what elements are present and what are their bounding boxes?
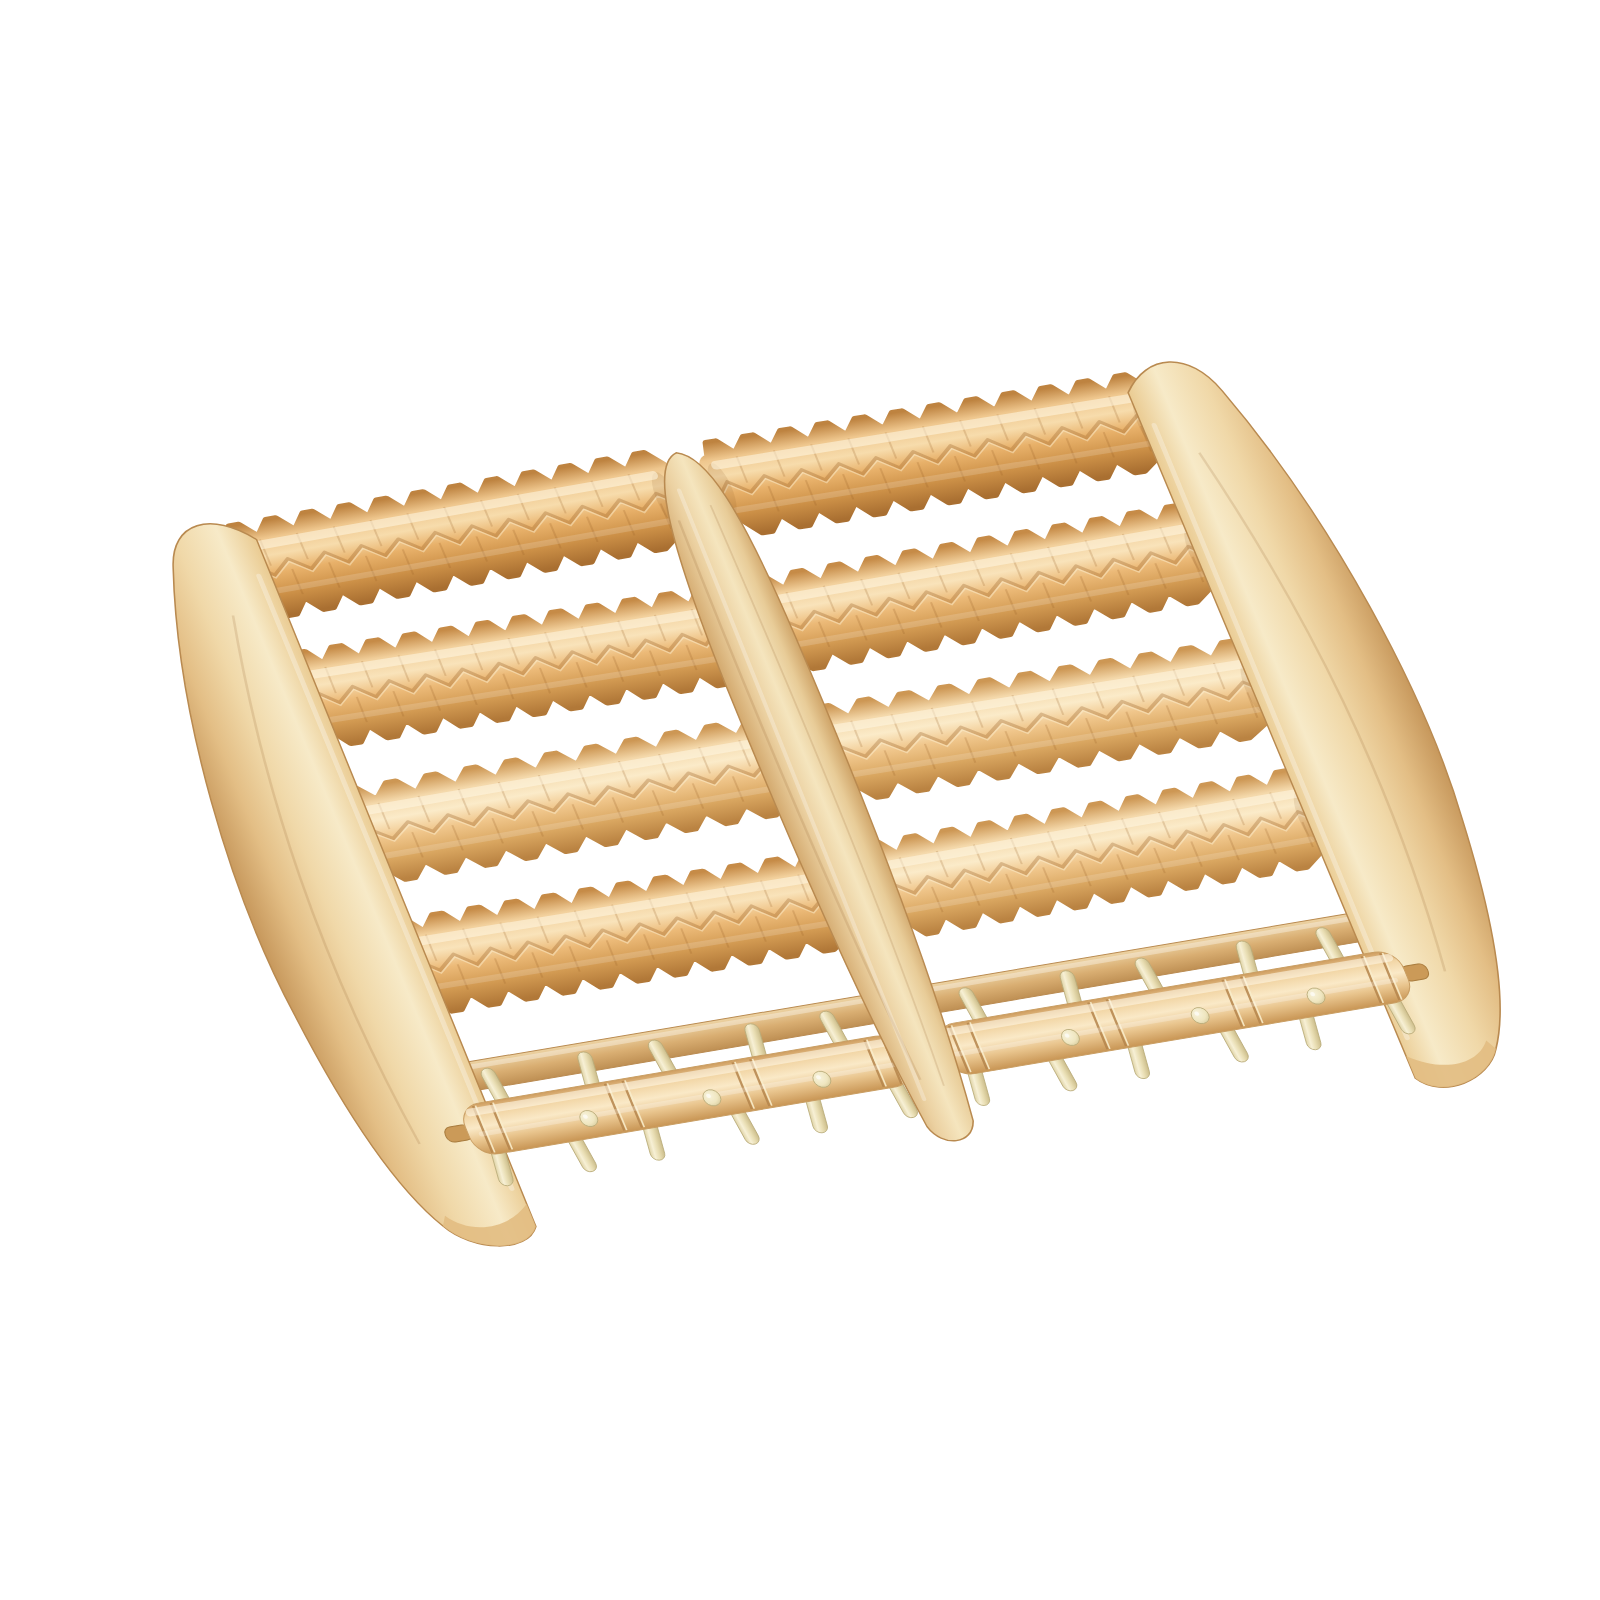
scene-svg [40,16,1600,1600]
product-photo [40,16,1600,1600]
